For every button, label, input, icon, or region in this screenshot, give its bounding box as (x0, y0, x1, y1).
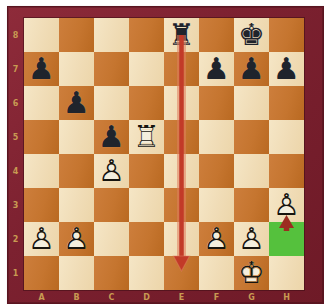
square-f7[interactable]: ♟ (199, 52, 234, 86)
rank-label-3: 3 (7, 188, 24, 222)
square-f6[interactable] (199, 86, 234, 120)
square-h7[interactable]: ♟ (269, 52, 304, 86)
square-h8[interactable] (269, 18, 304, 52)
file-label-d: D (129, 290, 164, 304)
square-b4[interactable] (59, 154, 94, 188)
square-a2[interactable]: ♟♙ (24, 222, 59, 256)
square-f8[interactable] (199, 18, 234, 52)
square-h5[interactable] (269, 120, 304, 154)
square-f3[interactable] (199, 188, 234, 222)
square-h1[interactable] (269, 256, 304, 290)
rank-label-6: 6 (7, 86, 24, 120)
square-c3[interactable] (94, 188, 129, 222)
square-g4[interactable] (234, 154, 269, 188)
square-e4[interactable] (164, 154, 199, 188)
piece-white-pawn[interactable]: ♟♙ (94, 154, 129, 188)
piece-white-pawn[interactable]: ♟♙ (269, 188, 304, 222)
chess-board: ♜♚♟♟♟♟♟♟♜♖♟♙♟♙♟♙♟♙♟♙♟♙♚♔ (24, 18, 304, 290)
square-g2[interactable]: ♟♙ (234, 222, 269, 256)
square-d4[interactable] (129, 154, 164, 188)
rank-label-7: 7 (7, 52, 24, 86)
piece-white-pawn[interactable]: ♟♙ (24, 222, 59, 256)
file-labels: ABCDEFGH (24, 290, 304, 304)
piece-black-pawn[interactable]: ♟ (199, 52, 234, 86)
square-b7[interactable] (59, 52, 94, 86)
square-a5[interactable] (24, 120, 59, 154)
square-c7[interactable] (94, 52, 129, 86)
square-d8[interactable] (129, 18, 164, 52)
square-a7[interactable]: ♟ (24, 52, 59, 86)
rank-label-2: 2 (7, 222, 24, 256)
piece-white-pawn[interactable]: ♟♙ (59, 222, 94, 256)
rank-label-1: 1 (7, 256, 24, 290)
square-h4[interactable] (269, 154, 304, 188)
piece-black-pawn[interactable]: ♟ (24, 52, 59, 86)
square-e6[interactable] (164, 86, 199, 120)
square-c6[interactable] (94, 86, 129, 120)
square-g8[interactable]: ♚ (234, 18, 269, 52)
rank-labels: 87654321 (7, 18, 24, 290)
square-d1[interactable] (129, 256, 164, 290)
piece-black-pawn[interactable]: ♟ (94, 120, 129, 154)
square-g6[interactable] (234, 86, 269, 120)
piece-black-pawn[interactable]: ♟ (269, 52, 304, 86)
piece-black-pawn[interactable]: ♟ (59, 86, 94, 120)
square-d5[interactable]: ♜♖ (129, 120, 164, 154)
square-f1[interactable] (199, 256, 234, 290)
square-b3[interactable] (59, 188, 94, 222)
square-a6[interactable] (24, 86, 59, 120)
square-b6[interactable]: ♟ (59, 86, 94, 120)
square-e3[interactable] (164, 188, 199, 222)
square-d6[interactable] (129, 86, 164, 120)
square-c8[interactable] (94, 18, 129, 52)
rank-label-4: 4 (7, 154, 24, 188)
file-label-g: G (234, 290, 269, 304)
piece-white-rook[interactable]: ♜♖ (129, 120, 164, 154)
square-h2[interactable] (269, 222, 304, 256)
square-g7[interactable]: ♟ (234, 52, 269, 86)
square-b8[interactable] (59, 18, 94, 52)
file-label-a: A (24, 290, 59, 304)
square-b2[interactable]: ♟♙ (59, 222, 94, 256)
square-a3[interactable] (24, 188, 59, 222)
square-a1[interactable] (24, 256, 59, 290)
file-label-h: H (269, 290, 304, 304)
rank-label-5: 5 (7, 120, 24, 154)
square-h6[interactable] (269, 86, 304, 120)
square-b1[interactable] (59, 256, 94, 290)
square-h3[interactable]: ♟♙ (269, 188, 304, 222)
square-e2[interactable] (164, 222, 199, 256)
rank-label-8: 8 (7, 18, 24, 52)
square-e5[interactable] (164, 120, 199, 154)
piece-white-king[interactable]: ♚♔ (234, 256, 269, 290)
square-c4[interactable]: ♟♙ (94, 154, 129, 188)
chess-diagram: 87654321 ABCDEFGH ♜♚♟♟♟♟♟♟♜♖♟♙♟♙♟♙♟♙♟♙♟♙… (0, 0, 324, 304)
square-d7[interactable] (129, 52, 164, 86)
square-e8[interactable]: ♜ (164, 18, 199, 52)
file-label-f: F (199, 290, 234, 304)
piece-white-pawn[interactable]: ♟♙ (234, 222, 269, 256)
square-b5[interactable] (59, 120, 94, 154)
square-f2[interactable]: ♟♙ (199, 222, 234, 256)
piece-black-pawn[interactable]: ♟ (234, 52, 269, 86)
square-f4[interactable] (199, 154, 234, 188)
square-e1[interactable] (164, 256, 199, 290)
square-d2[interactable] (129, 222, 164, 256)
piece-black-king[interactable]: ♚ (234, 18, 269, 52)
square-g3[interactable] (234, 188, 269, 222)
file-label-b: B (59, 290, 94, 304)
square-g5[interactable] (234, 120, 269, 154)
square-g1[interactable]: ♚♔ (234, 256, 269, 290)
file-label-e: E (164, 290, 199, 304)
square-a8[interactable] (24, 18, 59, 52)
square-f5[interactable] (199, 120, 234, 154)
piece-white-pawn[interactable]: ♟♙ (199, 222, 234, 256)
square-c2[interactable] (94, 222, 129, 256)
square-c5[interactable]: ♟ (94, 120, 129, 154)
square-c1[interactable] (94, 256, 129, 290)
piece-black-rook[interactable]: ♜ (164, 18, 199, 52)
square-e7[interactable] (164, 52, 199, 86)
file-label-c: C (94, 290, 129, 304)
square-a4[interactable] (24, 154, 59, 188)
square-d3[interactable] (129, 188, 164, 222)
